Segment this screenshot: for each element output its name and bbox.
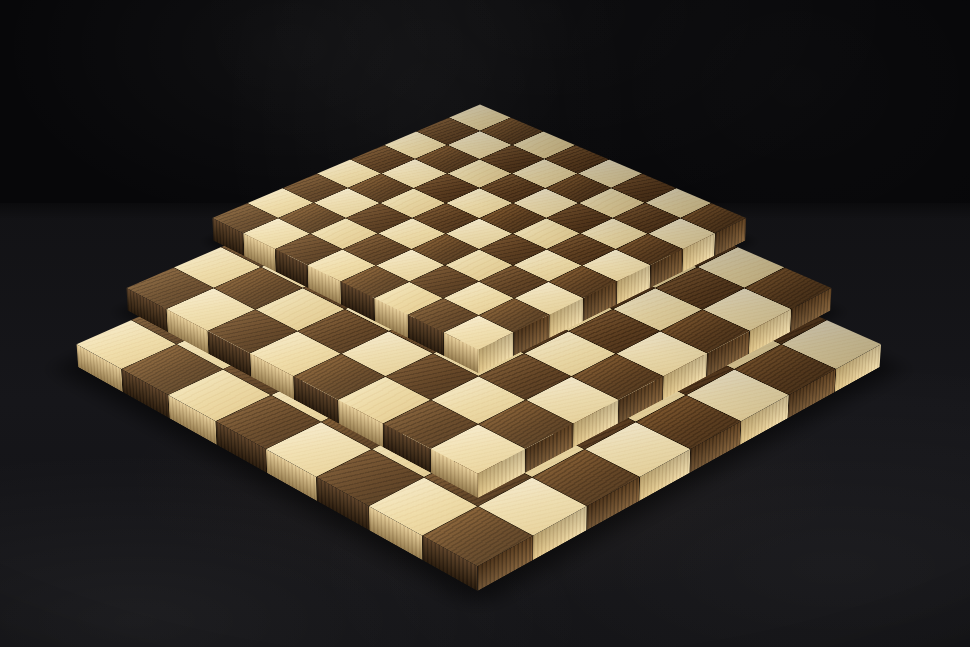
scene (0, 0, 970, 647)
photo-stage (0, 0, 970, 647)
